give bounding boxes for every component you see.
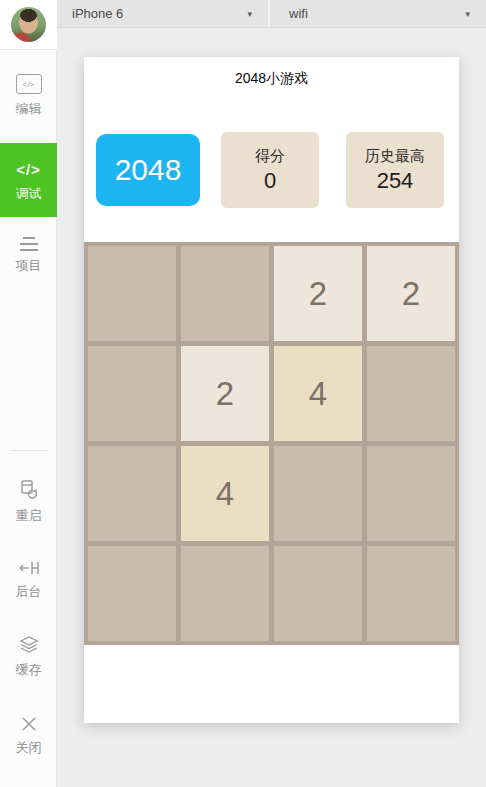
sidebar-item-label: 后台 <box>16 585 42 598</box>
board-cell <box>367 446 455 541</box>
sidebar-item-label: 编辑 <box>16 102 42 115</box>
sidebar-item-edit[interactable]: </> 编辑 <box>0 74 57 115</box>
restart-icon <box>17 478 41 502</box>
sidebar-item-label: 关闭 <box>16 741 42 754</box>
close-icon <box>19 714 39 734</box>
logo-tile-2048: 2048 <box>96 134 200 206</box>
board-cell: 2 <box>274 246 362 341</box>
board-cell <box>88 246 176 341</box>
score-label: 得分 <box>255 148 285 163</box>
board-cell: 4 <box>274 346 362 441</box>
board-cell <box>88 446 176 541</box>
background-icon <box>17 558 41 578</box>
sidebar-item-label: 缓存 <box>16 663 42 676</box>
board-cell <box>367 346 455 441</box>
sidebar-item-restart[interactable]: 重启 <box>0 478 57 522</box>
topbar: iPhone 6 ▾ wifi ▾ <box>57 0 486 28</box>
board-cell <box>274 446 362 541</box>
board-cell <box>88 546 176 641</box>
chevron-down-icon: ▾ <box>465 9 470 19</box>
board-cell: 4 <box>181 446 269 541</box>
board-cell <box>274 546 362 641</box>
score-value: 0 <box>264 170 276 192</box>
board-cell: 2 <box>181 346 269 441</box>
score-box: 得分 0 <box>221 132 319 208</box>
avatar[interactable] <box>11 7 46 42</box>
sidebar-item-background[interactable]: 后台 <box>0 558 57 598</box>
score-row: 2048 得分 0 历史最高 254 <box>96 133 444 207</box>
sidebar-item-debug[interactable]: </> 调试 <box>0 143 57 217</box>
board-cell: 2 <box>367 246 455 341</box>
sidebar-item-label: 项目 <box>16 259 42 272</box>
list-icon <box>20 237 38 251</box>
board-cell <box>181 546 269 641</box>
layers-icon <box>17 632 41 656</box>
board-cell <box>88 346 176 441</box>
sidebar-divider <box>10 450 47 451</box>
chevron-down-icon: ▾ <box>247 9 252 19</box>
device-screen: 2048小游戏 2048 得分 0 历史最高 254 2 2 2 4 4 <box>84 57 459 723</box>
board-cell <box>367 546 455 641</box>
game-board[interactable]: 2 2 2 4 4 <box>84 242 459 645</box>
sidebar-item-close[interactable]: 关闭 <box>0 714 57 754</box>
best-score-box: 历史最高 254 <box>346 132 444 208</box>
sidebar-item-project[interactable]: 项目 <box>0 237 57 272</box>
device-selector[interactable]: iPhone 6 ▾ <box>57 0 268 27</box>
avatar-box <box>0 0 57 50</box>
best-score-label: 历史最高 <box>365 148 425 163</box>
network-selector[interactable]: wifi ▾ <box>268 0 486 27</box>
sidebar-item-label: 重启 <box>16 509 42 522</box>
device-selector-value: iPhone 6 <box>72 6 123 21</box>
sidebar-item-cache[interactable]: 缓存 <box>0 632 57 676</box>
page-title: 2048小游戏 <box>84 70 459 88</box>
network-selector-value: wifi <box>289 6 308 21</box>
sidebar-item-label: 调试 <box>16 187 42 200</box>
sidebar: </> 编辑 </> 调试 项目 重启 <box>0 0 57 787</box>
best-score-value: 254 <box>377 170 414 192</box>
board-cell <box>181 246 269 341</box>
code-icon: </> <box>16 161 41 178</box>
code-box-icon: </> <box>16 74 42 94</box>
